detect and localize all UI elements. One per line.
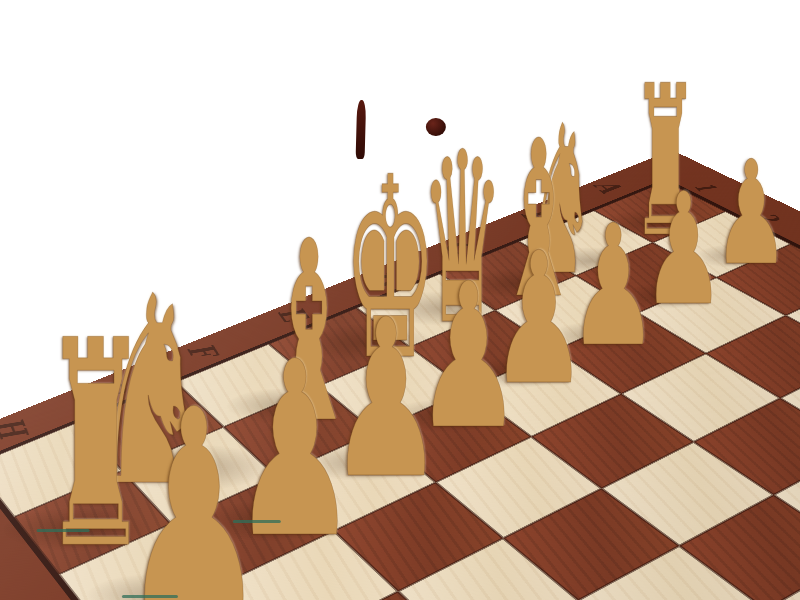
felt-pad: [37, 529, 90, 532]
piece-white-rook-h1[interactable]: ♜: [15, 327, 111, 532]
piece-white-pawn-h2[interactable]: ♟: [99, 443, 201, 598]
chess-set-photo: HGFEDCBA12345678 ♜♞♝♚♛♝♞♜♟♟♟♟♟♟♟♟: [0, 0, 800, 600]
felt-pad: [122, 595, 178, 598]
pawn-glyph: ♟: [120, 373, 180, 600]
rook-glyph: ♜: [43, 304, 82, 589]
king-dark-spike-finial: [356, 100, 367, 159]
